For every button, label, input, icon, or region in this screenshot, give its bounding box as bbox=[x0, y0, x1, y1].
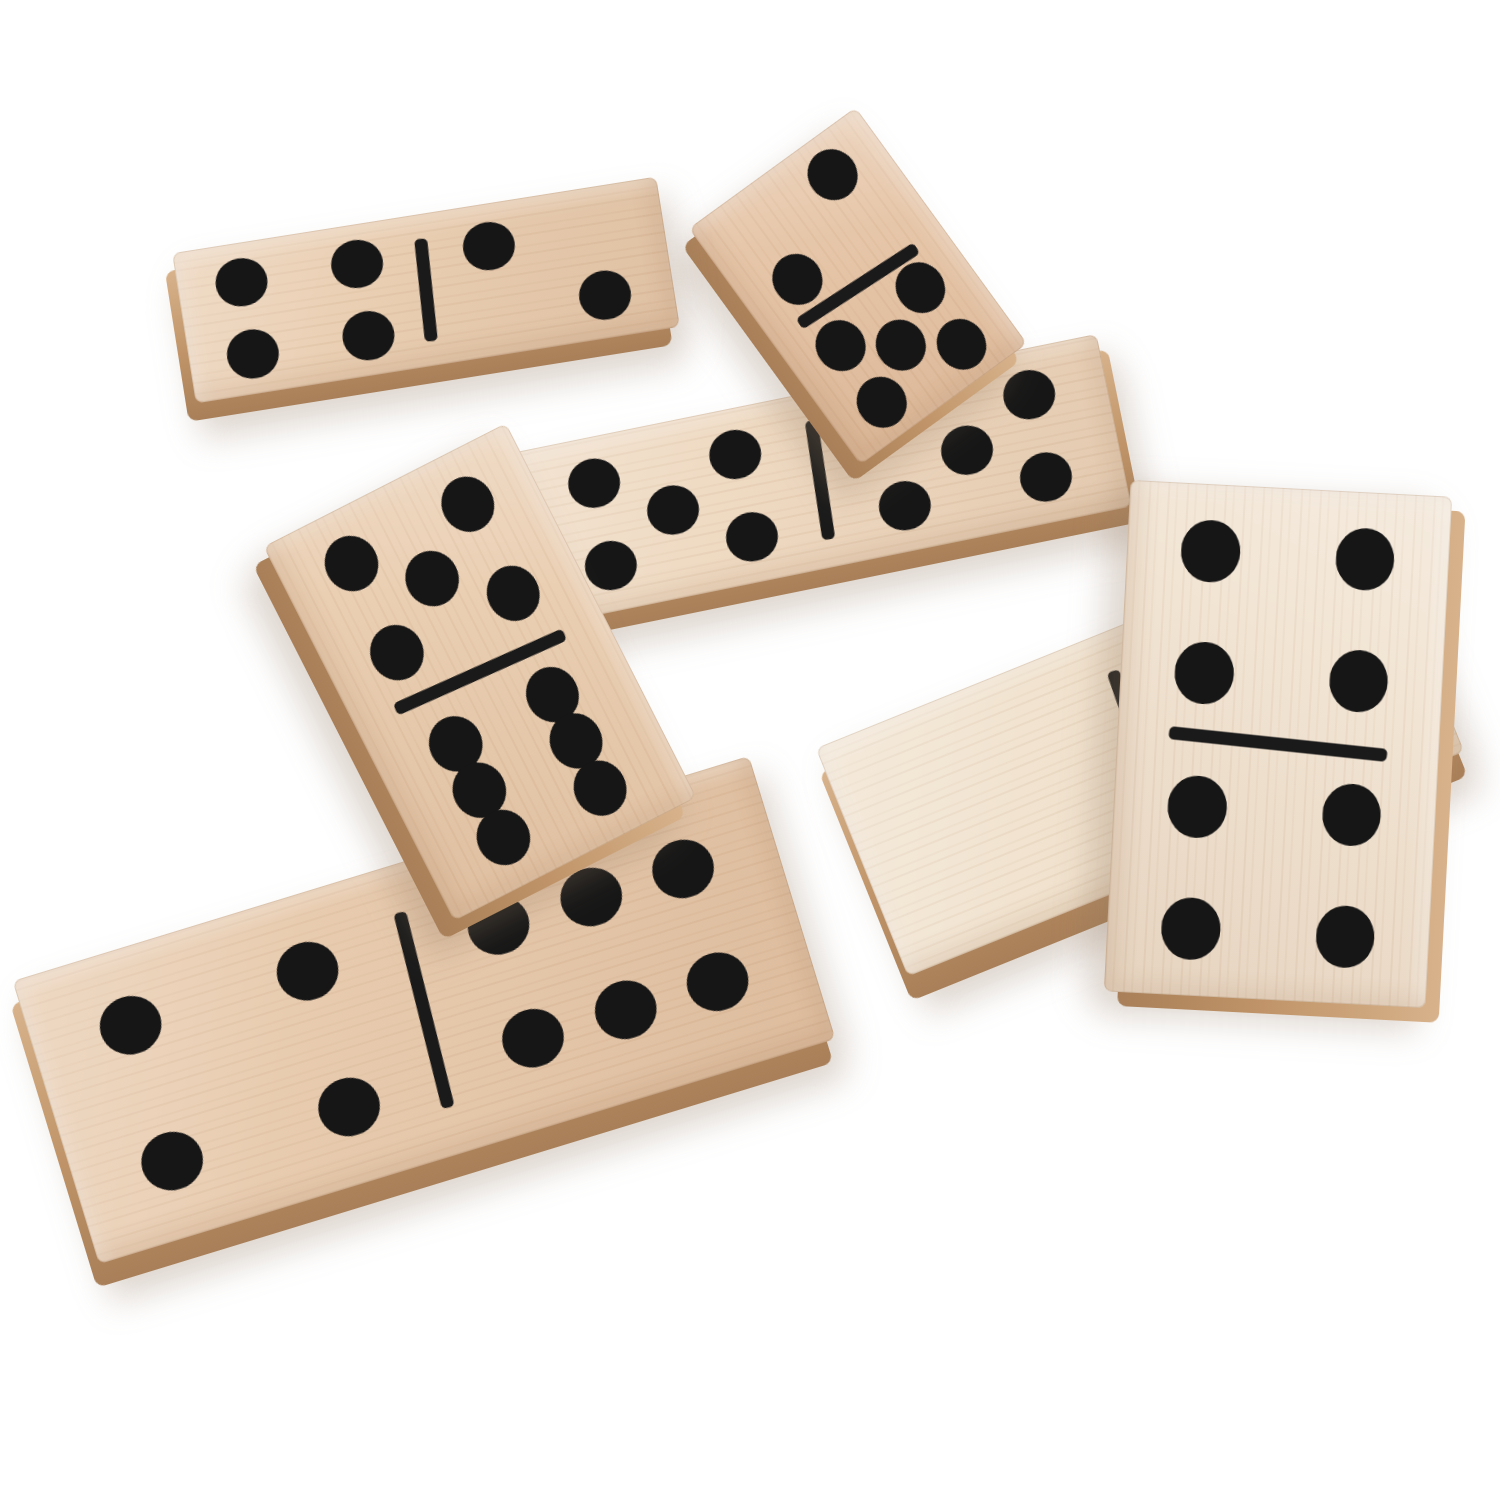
pip bbox=[645, 832, 721, 906]
pip bbox=[361, 616, 433, 690]
pip bbox=[722, 508, 783, 566]
pip bbox=[581, 537, 642, 595]
pip bbox=[1315, 905, 1376, 970]
pip bbox=[1160, 897, 1221, 962]
domino-half-second-4 bbox=[1104, 736, 1439, 1009]
pip bbox=[1180, 518, 1241, 583]
pip bbox=[587, 973, 663, 1047]
domino-half-first-4 bbox=[1117, 480, 1452, 753]
pip bbox=[1167, 774, 1228, 839]
pip bbox=[875, 477, 936, 535]
pip bbox=[846, 367, 916, 438]
pip bbox=[937, 421, 998, 479]
pip bbox=[926, 309, 996, 380]
pip bbox=[477, 557, 549, 631]
pip bbox=[495, 1002, 571, 1076]
pip bbox=[576, 267, 635, 323]
pip bbox=[1016, 448, 1077, 506]
pip bbox=[339, 308, 398, 364]
pip bbox=[396, 542, 468, 616]
pip bbox=[93, 988, 169, 1062]
pip bbox=[328, 236, 387, 292]
pip bbox=[311, 1070, 387, 1144]
pip bbox=[1334, 526, 1395, 591]
pip bbox=[679, 945, 755, 1019]
domino-4-4 bbox=[1104, 480, 1452, 1008]
pip bbox=[315, 526, 387, 600]
pip bbox=[999, 365, 1060, 423]
pip bbox=[459, 218, 518, 274]
pip bbox=[866, 310, 936, 381]
pip bbox=[223, 326, 282, 382]
pip bbox=[705, 425, 766, 483]
pip bbox=[1321, 782, 1382, 847]
pip bbox=[643, 481, 704, 539]
pip bbox=[212, 254, 271, 310]
pip bbox=[269, 934, 345, 1008]
pip bbox=[1328, 649, 1389, 714]
pip bbox=[564, 454, 625, 512]
pip bbox=[431, 467, 503, 541]
pip bbox=[798, 139, 868, 210]
dominoes-scene bbox=[0, 0, 1500, 1500]
domino-4-2 bbox=[172, 177, 680, 404]
pip bbox=[134, 1124, 210, 1198]
pip bbox=[1174, 641, 1235, 706]
domino-face bbox=[1104, 480, 1452, 1008]
